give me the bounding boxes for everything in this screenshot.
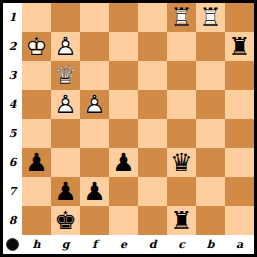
- black-queen-glyph: ♛: [167, 148, 196, 177]
- square-f7[interactable]: ♟: [80, 177, 109, 206]
- square-e3[interactable]: [109, 61, 138, 90]
- white-rook-glyph: ♖: [167, 3, 196, 32]
- white-rook-glyph: ♖: [196, 3, 225, 32]
- square-d2[interactable]: [138, 32, 167, 61]
- piece-black-queen[interactable]: ♛: [167, 148, 196, 177]
- white-pawn-glyph: ♙: [51, 32, 80, 61]
- square-d8[interactable]: [138, 206, 167, 235]
- square-f3[interactable]: [80, 61, 109, 90]
- square-f8[interactable]: [80, 206, 109, 235]
- square-a2[interactable]: ♜: [225, 32, 254, 61]
- rank-labels: 12345678: [3, 3, 22, 235]
- square-f1[interactable]: [80, 3, 109, 32]
- white-pawn-glyph: ♙: [80, 90, 109, 119]
- rank-label-2: 2: [3, 32, 22, 61]
- black-to-move-indicator: [6, 238, 19, 251]
- square-h7[interactable]: [22, 177, 51, 206]
- piece-black-pawn[interactable]: ♟: [80, 177, 109, 206]
- square-f6[interactable]: [80, 148, 109, 177]
- square-e8[interactable]: [109, 206, 138, 235]
- square-a3[interactable]: [225, 61, 254, 90]
- square-g1[interactable]: [51, 3, 80, 32]
- square-c1[interactable]: ♜♖: [167, 3, 196, 32]
- rank-label-6: 6: [3, 148, 22, 177]
- rank-label-8: 8: [3, 206, 22, 235]
- file-label-a: a: [225, 235, 254, 254]
- chess-board[interactable]: ♜♖♜♖♚♔♟♙♜♛♕♟♙♟♙♟♟♛♟♟♚♜: [22, 3, 254, 235]
- file-label-c: c: [167, 235, 196, 254]
- square-b1[interactable]: ♜♖: [196, 3, 225, 32]
- square-e1[interactable]: [109, 3, 138, 32]
- square-h8[interactable]: [22, 206, 51, 235]
- square-f4[interactable]: ♟♙: [80, 90, 109, 119]
- square-g3[interactable]: ♛♕: [51, 61, 80, 90]
- square-c3[interactable]: [167, 61, 196, 90]
- rank-label-4: 4: [3, 90, 22, 119]
- rank-label-3: 3: [3, 61, 22, 90]
- square-h5[interactable]: [22, 119, 51, 148]
- square-h1[interactable]: [22, 3, 51, 32]
- square-g4[interactable]: ♟♙: [51, 90, 80, 119]
- square-b5[interactable]: [196, 119, 225, 148]
- square-f2[interactable]: [80, 32, 109, 61]
- black-king-glyph: ♚: [51, 206, 80, 235]
- file-labels: hgfedcba: [22, 235, 254, 254]
- file-label-e: e: [109, 235, 138, 254]
- square-g7[interactable]: ♟: [51, 177, 80, 206]
- square-a7[interactable]: [225, 177, 254, 206]
- rank-label-7: 7: [3, 177, 22, 206]
- square-a8[interactable]: [225, 206, 254, 235]
- square-e4[interactable]: [109, 90, 138, 119]
- square-b2[interactable]: [196, 32, 225, 61]
- file-label-d: d: [138, 235, 167, 254]
- square-b7[interactable]: [196, 177, 225, 206]
- black-rook-glyph: ♜: [225, 32, 254, 61]
- piece-black-rook[interactable]: ♜: [225, 32, 254, 61]
- piece-black-pawn[interactable]: ♟: [109, 148, 138, 177]
- square-a4[interactable]: [225, 90, 254, 119]
- square-h6[interactable]: ♟: [22, 148, 51, 177]
- chess-diagram: 12345678 ♜♖♜♖♚♔♟♙♜♛♕♟♙♟♙♟♟♛♟♟♚♜ hgfedcba: [0, 0, 257, 257]
- square-a6[interactable]: [225, 148, 254, 177]
- square-c5[interactable]: [167, 119, 196, 148]
- diagram-background: 12345678 ♜♖♜♖♚♔♟♙♜♛♕♟♙♟♙♟♟♛♟♟♚♜ hgfedcba: [3, 3, 254, 254]
- square-d4[interactable]: [138, 90, 167, 119]
- square-g5[interactable]: [51, 119, 80, 148]
- square-e7[interactable]: [109, 177, 138, 206]
- square-h4[interactable]: [22, 90, 51, 119]
- square-c8[interactable]: ♜: [167, 206, 196, 235]
- piece-white-queen[interactable]: ♛♕: [51, 61, 80, 90]
- square-g6[interactable]: [51, 148, 80, 177]
- square-c7[interactable]: [167, 177, 196, 206]
- piece-white-rook[interactable]: ♜♖: [167, 3, 196, 32]
- square-f5[interactable]: [80, 119, 109, 148]
- move-indicator-area: [3, 235, 22, 254]
- square-h2[interactable]: ♚♔: [22, 32, 51, 61]
- white-queen-glyph: ♕: [51, 61, 80, 90]
- black-rook-glyph: ♜: [167, 206, 196, 235]
- white-pawn-glyph: ♙: [51, 90, 80, 119]
- piece-white-king[interactable]: ♚♔: [22, 32, 51, 61]
- square-b6[interactable]: [196, 148, 225, 177]
- piece-black-king[interactable]: ♚: [51, 206, 80, 235]
- piece-black-pawn[interactable]: ♟: [51, 177, 80, 206]
- black-pawn-glyph: ♟: [22, 148, 51, 177]
- file-label-f: f: [80, 235, 109, 254]
- square-c6[interactable]: ♛: [167, 148, 196, 177]
- square-d1[interactable]: [138, 3, 167, 32]
- square-e2[interactable]: [109, 32, 138, 61]
- square-c2[interactable]: [167, 32, 196, 61]
- piece-black-pawn[interactable]: ♟: [22, 148, 51, 177]
- square-a5[interactable]: [225, 119, 254, 148]
- white-king-glyph: ♔: [22, 32, 51, 61]
- square-d6[interactable]: [138, 148, 167, 177]
- square-e5[interactable]: [109, 119, 138, 148]
- file-label-b: b: [196, 235, 225, 254]
- square-d5[interactable]: [138, 119, 167, 148]
- square-d3[interactable]: [138, 61, 167, 90]
- piece-white-pawn[interactable]: ♟♙: [51, 32, 80, 61]
- black-pawn-glyph: ♟: [80, 177, 109, 206]
- black-pawn-glyph: ♟: [109, 148, 138, 177]
- piece-black-rook[interactable]: ♜: [167, 206, 196, 235]
- square-e6[interactable]: ♟: [109, 148, 138, 177]
- square-d7[interactable]: [138, 177, 167, 206]
- file-label-h: h: [22, 235, 51, 254]
- piece-white-pawn[interactable]: ♟♙: [80, 90, 109, 119]
- black-pawn-glyph: ♟: [51, 177, 80, 206]
- piece-white-rook[interactable]: ♜♖: [196, 3, 225, 32]
- square-c4[interactable]: [167, 90, 196, 119]
- square-g8[interactable]: ♚: [51, 206, 80, 235]
- square-h3[interactable]: [22, 61, 51, 90]
- rank-label-1: 1: [3, 3, 22, 32]
- square-g2[interactable]: ♟♙: [51, 32, 80, 61]
- square-b8[interactable]: [196, 206, 225, 235]
- file-label-g: g: [51, 235, 80, 254]
- rank-label-5: 5: [3, 119, 22, 148]
- square-b3[interactable]: [196, 61, 225, 90]
- square-a1[interactable]: [225, 3, 254, 32]
- piece-white-pawn[interactable]: ♟♙: [51, 90, 80, 119]
- square-b4[interactable]: [196, 90, 225, 119]
